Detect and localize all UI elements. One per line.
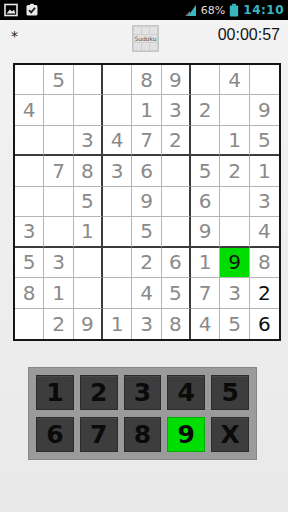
cell-r4c6[interactable] xyxy=(162,156,191,186)
delete-key[interactable]: X xyxy=(211,417,249,452)
cell-r7c7[interactable]: 1 xyxy=(191,248,220,278)
digit-key-2[interactable]: 2 xyxy=(80,375,118,410)
cell-r8c2[interactable]: 1 xyxy=(44,278,73,308)
cell-r8c3[interactable] xyxy=(74,278,103,308)
cell-r7c3[interactable] xyxy=(74,248,103,278)
digit-key-7[interactable]: 7 xyxy=(80,417,118,452)
cell-r5c5[interactable]: 9 xyxy=(132,187,161,217)
battery-percent: 68% xyxy=(201,4,225,17)
cell-r5c9[interactable]: 3 xyxy=(250,187,279,217)
cell-r5c3[interactable]: 5 xyxy=(74,187,103,217)
cell-r9c1[interactable] xyxy=(15,309,44,339)
cell-r3c4[interactable]: 4 xyxy=(103,126,132,156)
cell-r8c1[interactable]: 8 xyxy=(15,278,44,308)
cell-r1c8[interactable]: 4 xyxy=(220,65,249,95)
cell-r9c5[interactable]: 3 xyxy=(132,309,161,339)
cell-r4c2[interactable]: 7 xyxy=(44,156,73,186)
cell-r6c6[interactable] xyxy=(162,217,191,247)
cell-r6c4[interactable] xyxy=(103,217,132,247)
digit-key-8[interactable]: 8 xyxy=(124,417,162,452)
cell-r7c4[interactable] xyxy=(103,248,132,278)
cell-r9c4[interactable]: 1 xyxy=(103,309,132,339)
cell-r5c6[interactable] xyxy=(162,187,191,217)
modified-marker: * xyxy=(11,28,18,44)
cell-r2c3[interactable] xyxy=(74,95,103,125)
task-complete-icon xyxy=(25,3,39,17)
cell-r6c9[interactable]: 4 xyxy=(250,217,279,247)
cell-r6c7[interactable]: 9 xyxy=(191,217,220,247)
status-bar: 68% 14:10 xyxy=(0,0,288,20)
cell-r1c6[interactable]: 9 xyxy=(162,65,191,95)
cell-r8c5[interactable]: 4 xyxy=(132,278,161,308)
status-time: 14:10 xyxy=(243,3,284,17)
cell-r3c3[interactable]: 3 xyxy=(74,126,103,156)
cell-r2c6[interactable]: 3 xyxy=(162,95,191,125)
cell-r4c3[interactable]: 8 xyxy=(74,156,103,186)
cell-r1c9[interactable] xyxy=(250,65,279,95)
cell-r7c8[interactable]: 9 xyxy=(220,248,249,278)
cell-r1c7[interactable] xyxy=(191,65,220,95)
cell-r6c2[interactable] xyxy=(44,217,73,247)
cell-r7c9[interactable]: 8 xyxy=(250,248,279,278)
cell-r8c7[interactable]: 7 xyxy=(191,278,220,308)
sudoku-app-screen: 68% 14:10 * Sudoku 00:00:57 589441329347… xyxy=(0,0,288,512)
cell-r1c4[interactable] xyxy=(103,65,132,95)
cell-r7c6[interactable]: 6 xyxy=(162,248,191,278)
cell-r4c7[interactable]: 5 xyxy=(191,156,220,186)
digit-key-5[interactable]: 5 xyxy=(211,375,249,410)
cell-r9c6[interactable]: 8 xyxy=(162,309,191,339)
cell-r3c1[interactable] xyxy=(15,126,44,156)
cell-r2c9[interactable]: 9 xyxy=(250,95,279,125)
cell-r2c7[interactable]: 2 xyxy=(191,95,220,125)
cell-r8c8[interactable]: 3 xyxy=(220,278,249,308)
cell-r9c7[interactable]: 4 xyxy=(191,309,220,339)
screenshot-icon xyxy=(4,3,18,17)
cell-r9c9[interactable]: 6 xyxy=(250,309,279,339)
cell-r9c3[interactable]: 9 xyxy=(74,309,103,339)
digit-key-3[interactable]: 3 xyxy=(124,375,162,410)
cell-r1c3[interactable] xyxy=(74,65,103,95)
cell-r1c5[interactable]: 8 xyxy=(132,65,161,95)
cell-r5c8[interactable] xyxy=(220,187,249,217)
sudoku-grid: 5894413293472157836521596331594532619881… xyxy=(13,63,281,341)
cell-r4c4[interactable]: 3 xyxy=(103,156,132,186)
cell-r4c1[interactable] xyxy=(15,156,44,186)
cell-r3c7[interactable] xyxy=(191,126,220,156)
cell-r2c1[interactable]: 4 xyxy=(15,95,44,125)
cell-r7c2[interactable]: 3 xyxy=(44,248,73,278)
digit-key-9[interactable]: 9 xyxy=(167,417,205,452)
cell-r3c2[interactable] xyxy=(44,126,73,156)
cell-r3c8[interactable]: 1 xyxy=(220,126,249,156)
header: * Sudoku 00:00:57 xyxy=(0,20,288,60)
cell-r6c5[interactable]: 5 xyxy=(132,217,161,247)
cell-r5c2[interactable] xyxy=(44,187,73,217)
cell-r5c4[interactable] xyxy=(103,187,132,217)
cell-r4c9[interactable]: 1 xyxy=(250,156,279,186)
cell-r5c1[interactable] xyxy=(15,187,44,217)
cell-r9c8[interactable]: 5 xyxy=(220,309,249,339)
cell-r6c1[interactable]: 3 xyxy=(15,217,44,247)
sudoku-logo: Sudoku xyxy=(132,25,159,52)
cell-r6c8[interactable] xyxy=(220,217,249,247)
battery-icon xyxy=(229,3,239,17)
cell-r4c5[interactable]: 6 xyxy=(132,156,161,186)
cell-r8c4[interactable] xyxy=(103,278,132,308)
cell-r3c6[interactable]: 2 xyxy=(162,126,191,156)
cell-r3c9[interactable]: 5 xyxy=(250,126,279,156)
cell-r7c5[interactable]: 2 xyxy=(132,248,161,278)
signal-icon xyxy=(184,4,197,17)
cell-r7c1[interactable]: 5 xyxy=(15,248,44,278)
cell-r2c5[interactable]: 1 xyxy=(132,95,161,125)
number-keypad: 123456789X xyxy=(28,367,257,460)
cell-r9c2[interactable]: 2 xyxy=(44,309,73,339)
cell-r2c8[interactable] xyxy=(220,95,249,125)
digit-key-4[interactable]: 4 xyxy=(167,375,205,410)
game-timer: 00:00:57 xyxy=(218,26,280,44)
cell-r8c9[interactable]: 2 xyxy=(250,278,279,308)
cell-r8c6[interactable]: 5 xyxy=(162,278,191,308)
cell-r5c7[interactable]: 6 xyxy=(191,187,220,217)
digit-key-1[interactable]: 1 xyxy=(36,375,74,410)
digit-key-6[interactable]: 6 xyxy=(36,417,74,452)
cell-r2c4[interactable] xyxy=(103,95,132,125)
cell-r4c8[interactable]: 2 xyxy=(220,156,249,186)
sudoku-logo-label: Sudoku xyxy=(134,35,156,42)
cell-r2c2[interactable] xyxy=(44,95,73,125)
cell-r6c3[interactable]: 1 xyxy=(74,217,103,247)
cell-r3c5[interactable]: 7 xyxy=(132,126,161,156)
cell-r1c1[interactable] xyxy=(15,65,44,95)
cell-r1c2[interactable]: 5 xyxy=(44,65,73,95)
